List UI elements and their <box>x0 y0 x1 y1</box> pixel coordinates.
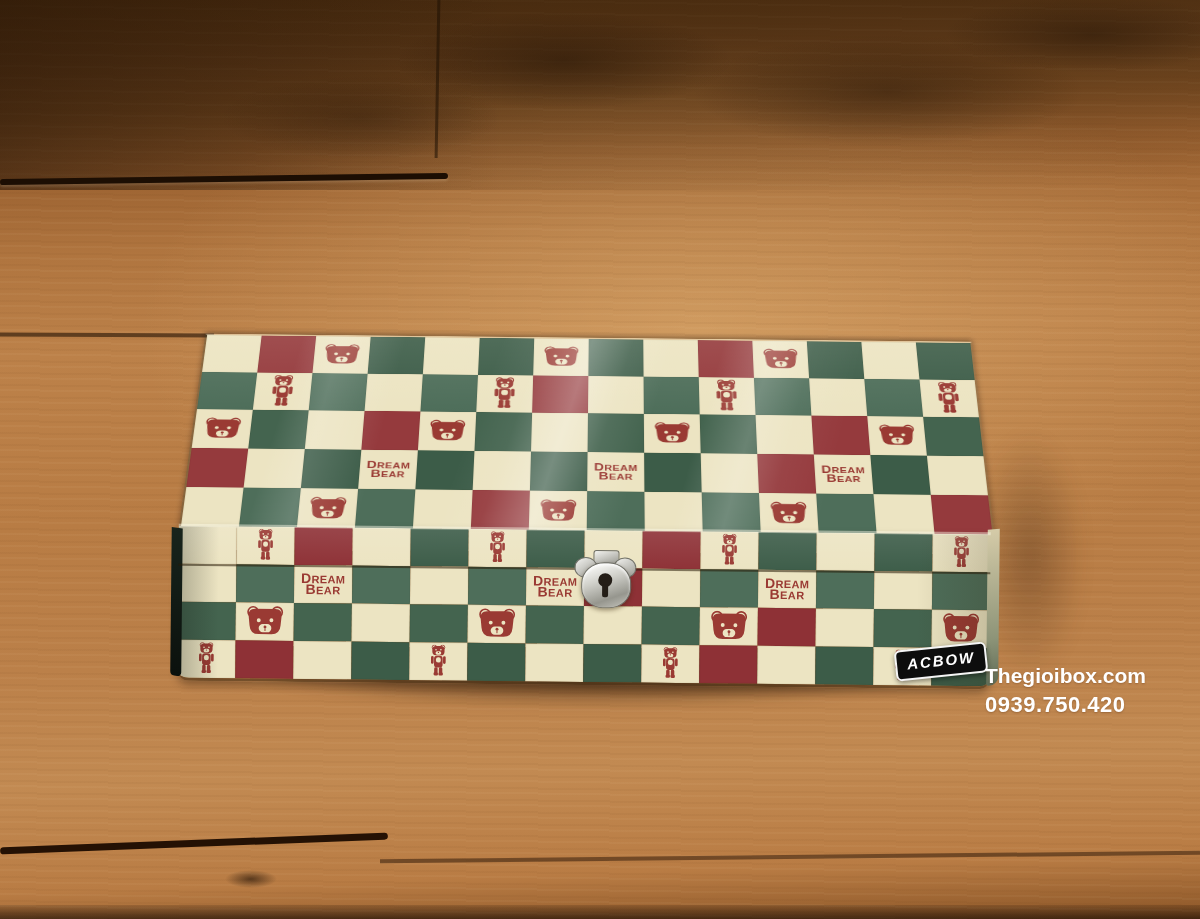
bear-face-icon <box>876 424 917 447</box>
top-cell-r5c10-green <box>702 493 761 534</box>
top-cell-r5c6-red <box>471 490 530 531</box>
front-cell-r2c14-green <box>932 572 990 611</box>
bear-body-icon <box>256 529 274 563</box>
front-cell-r4c3-cream <box>293 641 351 680</box>
front-cell-r4c5-body <box>409 642 467 681</box>
top-cell-r3c2-green <box>248 410 308 449</box>
top-cell-r2c10-body <box>699 377 756 415</box>
front-cell-r1c1-cream <box>178 526 236 565</box>
top-cell-r2c12-cream <box>809 378 867 416</box>
top-cell-r3c1-face <box>192 409 253 448</box>
top-cell-r5c4-green <box>355 489 416 530</box>
front-cell-r3c11-red <box>758 608 816 647</box>
bear-body-icon <box>935 382 963 415</box>
front-cell-r2c3-dream: DREAMBEAR <box>294 565 352 604</box>
top-cell-r1c10-red <box>698 340 754 377</box>
front-cell-r2c4-green <box>352 566 410 605</box>
top-cell-r5c13-cream <box>873 494 934 535</box>
top-cell-r4c3-green <box>301 449 362 489</box>
top-cell-r5c2-green <box>239 488 301 529</box>
top-cell-r3c3-cream <box>305 410 365 449</box>
top-cell-r2c1-green <box>197 372 257 410</box>
top-cell-r5c8-green <box>587 491 645 532</box>
bear-face-icon <box>708 610 749 642</box>
top-cell-r1c2-red <box>257 336 316 373</box>
front-cell-r1c11-green <box>758 532 816 571</box>
bear-face-icon <box>542 346 581 368</box>
bear-body-icon <box>197 642 215 676</box>
top-cell-r1c8-green <box>588 339 643 376</box>
bear-body-icon <box>429 645 447 679</box>
front-cell-r1c12-cream <box>816 532 874 571</box>
top-cell-r2c7-red <box>532 375 588 413</box>
bear-body-icon <box>488 531 506 565</box>
top-cell-r3c8-green <box>588 413 645 452</box>
front-cell-r2c6-green <box>468 567 526 606</box>
top-cell-r3c6-green <box>474 412 532 451</box>
watermark-phone: 0939.750.420 <box>985 692 1146 718</box>
keyhole-slot <box>602 584 608 597</box>
top-cell-r5c11-face <box>759 493 819 534</box>
top-cell-r4c13-green <box>870 455 930 495</box>
top-cell-r3c9-face <box>644 414 701 453</box>
front-cell-r1c3-red <box>294 527 352 566</box>
top-cell-r1c12-green <box>807 341 864 378</box>
box-top-face: DREAMBEARDREAMBEARDREAMBEAR <box>179 334 995 537</box>
bear-body-icon <box>661 647 679 681</box>
top-cell-r2c4-cream <box>365 373 423 411</box>
bear-face-icon <box>201 417 243 440</box>
dream-bear-text: DREAMBEAR <box>366 461 411 478</box>
front-cell-r3c3-green <box>294 603 352 642</box>
bear-face-icon <box>538 499 579 523</box>
bear-face-icon <box>761 348 801 370</box>
front-cell-r2c2-green <box>236 564 294 603</box>
dream-bear-text: DREAMBEAR <box>821 466 866 483</box>
dream-bear-text: DREAMBEAR <box>533 575 578 598</box>
top-cell-r5c5-cream <box>413 490 473 531</box>
front-cell-r3c10-face <box>700 607 758 646</box>
front-cell-r1c9-red <box>642 531 700 570</box>
top-cell-r2c14-body <box>919 379 979 417</box>
top-cell-r1c6-green <box>478 338 534 375</box>
top-cell-r2c9-green <box>644 376 700 414</box>
bear-body-icon <box>952 536 970 570</box>
top-cell-r3c7-cream <box>531 413 588 452</box>
front-cell-r2c12-green <box>816 570 874 609</box>
front-cell-r2c13-cream <box>874 571 932 610</box>
top-cell-r4c11-red <box>757 454 816 494</box>
top-cell-r3c4-red <box>361 411 420 450</box>
bear-face-icon <box>476 608 517 640</box>
bear-face-icon <box>306 497 349 521</box>
bear-face-icon <box>768 502 810 526</box>
top-cell-r3c5-face <box>418 412 476 451</box>
bear-body-icon <box>492 377 517 410</box>
front-cell-r3c9-green <box>642 607 700 646</box>
front-cell-r2c5-cream <box>410 566 468 605</box>
top-cell-r5c1-cream <box>181 487 244 528</box>
top-cell-r1c1-cream <box>202 335 262 372</box>
bear-face-icon <box>321 344 361 366</box>
top-cell-r4c14-cream <box>927 455 988 495</box>
dream-bear-text: DREAMBEAR <box>301 573 346 596</box>
top-cell-r3c14-green <box>923 417 983 456</box>
top-cell-r4c7-green <box>530 451 588 491</box>
front-cell-r4c8-green <box>583 644 641 683</box>
front-cell-r3c4-cream <box>352 604 410 643</box>
front-cell-r2c9-cream <box>642 569 700 608</box>
front-cell-r2c11-dream: DREAMBEAR <box>758 570 816 609</box>
top-cell-r2c2-body <box>253 372 313 410</box>
bear-face-icon <box>652 422 692 445</box>
front-cell-r4c9-body <box>641 645 699 684</box>
front-cell-r2c1-cream <box>178 564 236 603</box>
box-left-side <box>170 527 183 676</box>
top-cell-r2c6-body <box>476 375 533 413</box>
top-cell-r4c2-cream <box>244 448 305 488</box>
bear-face-icon <box>244 606 285 638</box>
top-cell-r2c11-green <box>754 377 811 415</box>
top-cell-r1c11-face <box>752 341 809 378</box>
dream-bear-text: DREAMBEAR <box>765 577 810 600</box>
front-cell-r3c12-cream <box>816 608 874 647</box>
front-cell-r1c13-green <box>874 533 932 572</box>
top-cell-r1c14-green <box>916 342 975 379</box>
front-cell-r3c6-face <box>468 605 526 644</box>
top-cell-r3c13-face <box>867 416 927 455</box>
dream-bear-box[interactable]: DREAMBEARDREAMBEARDREAMBEAR DREAMBEARDRE… <box>177 323 993 689</box>
top-cell-r1c9-cream <box>643 340 698 377</box>
bear-face-icon <box>427 420 468 443</box>
top-cell-r2c3-green <box>309 373 368 411</box>
bear-body-icon <box>720 534 738 568</box>
top-cell-r1c5-cream <box>423 337 480 374</box>
watermark: Thegioibox.com 0939.750.420 <box>985 664 1146 718</box>
front-cell-r4c2-red <box>235 640 293 679</box>
front-cell-r1c10-body <box>700 531 758 570</box>
front-cell-r3c13-green <box>874 609 932 648</box>
bear-clasp-lock[interactable] <box>574 555 637 610</box>
front-cell-r3c1-green <box>178 602 236 641</box>
top-cell-r2c5-green <box>420 374 478 412</box>
dream-bear-text: DREAMBEAR <box>594 463 638 480</box>
front-cell-r1c14-body <box>932 534 990 573</box>
top-cell-r2c13-green <box>864 379 923 417</box>
top-cell-r4c12-dream: DREAMBEAR <box>814 454 874 494</box>
top-cell-r1c4-green <box>368 337 426 374</box>
top-cell-r5c12-green <box>816 494 876 535</box>
top-cell-r4c4-dream: DREAMBEAR <box>358 450 418 490</box>
front-cell-r4c10-red <box>699 645 757 684</box>
top-cell-r4c9-green <box>644 453 702 493</box>
box-right-side <box>986 529 1000 686</box>
front-cell-r1c2-body <box>236 526 294 565</box>
top-cell-r4c5-green <box>415 450 474 490</box>
top-cell-r4c1-red <box>186 448 248 488</box>
front-cell-r4c11-cream <box>757 646 815 685</box>
top-cell-r4c6-cream <box>473 451 531 491</box>
bear-face-icon <box>940 613 981 645</box>
front-cell-r1c5-green <box>410 528 468 567</box>
top-cell-r5c9-cream <box>644 492 702 533</box>
top-checker-grid: DREAMBEARDREAMBEARDREAMBEAR <box>181 335 993 536</box>
bear-body-icon <box>714 379 739 412</box>
front-cell-r3c7-green <box>526 605 584 644</box>
front-cell-r1c6-body <box>468 529 526 568</box>
front-cell-r4c7-cream <box>525 643 583 682</box>
brand-label-text: ACBOW <box>906 648 976 672</box>
top-cell-r4c10-cream <box>701 453 759 493</box>
front-cell-r1c4-cream <box>352 528 410 567</box>
front-cell-r4c6-green <box>467 643 525 682</box>
bear-body-icon <box>269 375 297 408</box>
top-cell-r1c7-face <box>533 338 589 375</box>
front-cell-r2c10-green <box>700 569 758 608</box>
top-cell-r4c8-dream: DREAMBEAR <box>587 452 644 492</box>
front-cell-r3c5-green <box>410 604 468 643</box>
top-cell-r5c3-face <box>297 488 358 529</box>
top-cell-r1c13-cream <box>861 342 919 379</box>
top-cell-r3c10-green <box>700 415 758 454</box>
top-cell-r1c3-face <box>312 336 370 373</box>
front-cell-r4c4-green <box>351 642 409 681</box>
front-cell-r3c2-face <box>236 602 294 641</box>
front-cell-r4c1-body <box>177 640 235 679</box>
top-cell-r5c7-face <box>529 491 587 532</box>
top-cell-r2c8-cream <box>588 376 644 414</box>
front-cell-r3c8-cream <box>584 606 642 645</box>
watermark-site: Thegioibox.com <box>985 664 1146 688</box>
top-cell-r3c11-cream <box>756 415 814 454</box>
top-cell-r5c14-red <box>931 495 993 536</box>
front-cell-r4c12-green <box>815 646 873 685</box>
top-cell-r3c12-red <box>811 416 870 455</box>
